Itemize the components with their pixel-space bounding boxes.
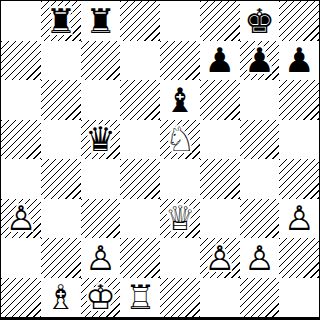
square-e6[interactable]: ♝: [160, 80, 200, 120]
white-king-fill: ♚: [81, 278, 121, 318]
square-h6[interactable]: [279, 80, 319, 120]
square-b6[interactable]: [41, 80, 81, 120]
square-d5[interactable]: [120, 120, 160, 160]
chess-board: ♜♜♚♟♟♟♝♛♞♘♟♙♛♕♟♙♟♙♟♙♟♙♝♗♚♔♜♖: [0, 0, 320, 320]
white-pawn-fill: ♟: [200, 238, 240, 278]
square-h3[interactable]: ♟♙: [279, 199, 319, 239]
square-c5[interactable]: ♛: [81, 120, 121, 160]
square-d4[interactable]: [120, 159, 160, 199]
square-g4[interactable]: [240, 159, 280, 199]
square-g7[interactable]: ♟: [240, 41, 280, 81]
square-d8[interactable]: [120, 1, 160, 41]
square-a3[interactable]: ♟♙: [1, 199, 41, 239]
square-e1[interactable]: [160, 278, 200, 318]
white-pawn-fill: ♟: [81, 238, 121, 278]
square-c3[interactable]: [81, 199, 121, 239]
square-h2[interactable]: [279, 238, 319, 278]
white-pawn: ♙: [1, 199, 41, 239]
chess-diagram: ♜♜♚♟♟♟♝♛♞♘♟♙♛♕♟♙♟♙♟♙♟♙♝♗♚♔♜♖: [0, 0, 320, 320]
square-g5[interactable]: [240, 120, 280, 160]
square-h5[interactable]: [279, 120, 319, 160]
square-b8[interactable]: ♜: [41, 1, 81, 41]
square-a6[interactable]: [1, 80, 41, 120]
square-d6[interactable]: [120, 80, 160, 120]
square-f1[interactable]: [200, 278, 240, 318]
white-pawn: ♙: [279, 199, 319, 239]
square-c6[interactable]: [81, 80, 121, 120]
square-f8[interactable]: [200, 1, 240, 41]
white-pawn-fill: ♟: [240, 238, 280, 278]
square-c4[interactable]: [81, 159, 121, 199]
square-b7[interactable]: [41, 41, 81, 81]
black-pawn: ♟: [200, 41, 240, 81]
black-bishop: ♝: [160, 80, 200, 120]
square-h4[interactable]: [279, 159, 319, 199]
square-b2[interactable]: [41, 238, 81, 278]
square-c1[interactable]: ♚♔: [81, 278, 121, 318]
black-king: ♚: [240, 1, 280, 41]
square-g3[interactable]: [240, 199, 280, 239]
white-bishop-fill: ♝: [41, 278, 81, 318]
square-f2[interactable]: ♟♙: [200, 238, 240, 278]
white-knight-fill: ♞: [160, 120, 200, 160]
square-e5[interactable]: ♞♘: [160, 120, 200, 160]
square-f5[interactable]: [200, 120, 240, 160]
black-rook: ♜: [41, 1, 81, 41]
white-pawn: ♙: [200, 238, 240, 278]
square-h1[interactable]: [279, 278, 319, 318]
square-h7[interactable]: ♟: [279, 41, 319, 81]
square-e8[interactable]: [160, 1, 200, 41]
black-queen: ♛: [81, 120, 121, 160]
square-f7[interactable]: ♟: [200, 41, 240, 81]
square-b5[interactable]: [41, 120, 81, 160]
black-pawn: ♟: [240, 41, 280, 81]
square-a1[interactable]: [1, 278, 41, 318]
white-pawn-fill: ♟: [1, 199, 41, 239]
square-h8[interactable]: [279, 1, 319, 41]
square-e7[interactable]: [160, 41, 200, 81]
black-pawn: ♟: [279, 41, 319, 81]
white-pawn: ♙: [240, 238, 280, 278]
square-a8[interactable]: [1, 1, 41, 41]
square-c2[interactable]: ♟♙: [81, 238, 121, 278]
square-f4[interactable]: [200, 159, 240, 199]
white-rook: ♖: [120, 278, 160, 318]
square-d7[interactable]: [120, 41, 160, 81]
square-f3[interactable]: [200, 199, 240, 239]
square-d1[interactable]: ♜♖: [120, 278, 160, 318]
square-g1[interactable]: [240, 278, 280, 318]
square-f6[interactable]: [200, 80, 240, 120]
white-rook-fill: ♜: [120, 278, 160, 318]
square-c8[interactable]: ♜: [81, 1, 121, 41]
square-b1[interactable]: ♝♗: [41, 278, 81, 318]
square-a2[interactable]: [1, 238, 41, 278]
square-a5[interactable]: [1, 120, 41, 160]
white-knight: ♘: [160, 120, 200, 160]
white-pawn-fill: ♟: [279, 199, 319, 239]
square-g6[interactable]: [240, 80, 280, 120]
square-b3[interactable]: [41, 199, 81, 239]
square-a7[interactable]: [1, 41, 41, 81]
square-e4[interactable]: [160, 159, 200, 199]
white-king: ♔: [81, 278, 121, 318]
square-d2[interactable]: [120, 238, 160, 278]
black-rook: ♜: [81, 1, 121, 41]
white-pawn: ♙: [81, 238, 121, 278]
square-c7[interactable]: [81, 41, 121, 81]
square-e2[interactable]: [160, 238, 200, 278]
square-b4[interactable]: [41, 159, 81, 199]
square-g2[interactable]: ♟♙: [240, 238, 280, 278]
square-e3[interactable]: ♛♕: [160, 199, 200, 239]
white-queen-fill: ♛: [160, 199, 200, 239]
square-d3[interactable]: [120, 199, 160, 239]
square-g8[interactable]: ♚: [240, 1, 280, 41]
white-bishop: ♗: [41, 278, 81, 318]
white-queen: ♕: [160, 199, 200, 239]
square-a4[interactable]: [1, 159, 41, 199]
